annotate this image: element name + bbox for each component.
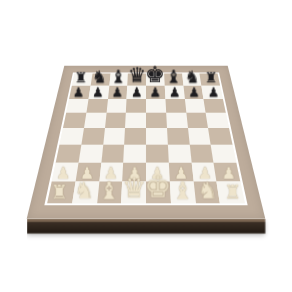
piece-black-king[interactable]: ♚ bbox=[145, 63, 165, 85]
piece-black-pawn[interactable]: ♟ bbox=[188, 85, 200, 98]
piece-black-pawn[interactable]: ♟ bbox=[92, 85, 104, 98]
piece-black-pawn[interactable]: ♟ bbox=[150, 85, 162, 98]
piece-black-pawn[interactable]: ♟ bbox=[73, 85, 85, 98]
square-b6[interactable] bbox=[86, 99, 107, 113]
square-c4[interactable] bbox=[103, 128, 125, 144]
square-e5[interactable] bbox=[146, 113, 167, 128]
square-d1[interactable]: ♛ bbox=[121, 182, 146, 203]
piece-white-queen[interactable]: ♛ bbox=[121, 175, 145, 202]
piece-black-rook[interactable]: ♜ bbox=[204, 71, 217, 85]
piece-black-queen[interactable]: ♛ bbox=[128, 65, 146, 86]
piece-black-bishop[interactable]: ♝ bbox=[110, 67, 126, 85]
piece-white-bishop[interactable]: ♝ bbox=[172, 178, 193, 202]
square-b7[interactable]: ♟ bbox=[88, 86, 109, 99]
playing-area: ♜♞♝♛♚♝♞♜♟♟♟♟♟♟♟♟♟♟♟♟♟♟♟♟♜♞♝♛♚♝♞♜ bbox=[44, 72, 247, 205]
square-c6[interactable] bbox=[106, 99, 127, 113]
piece-black-pawn[interactable]: ♟ bbox=[111, 85, 123, 98]
square-d7[interactable]: ♟ bbox=[127, 86, 146, 99]
square-e4[interactable] bbox=[146, 128, 168, 144]
piece-black-pawn[interactable]: ♟ bbox=[169, 85, 181, 98]
piece-white-rook[interactable]: ♜ bbox=[224, 183, 241, 202]
square-b4[interactable] bbox=[81, 128, 104, 144]
piece-black-pawn[interactable]: ♟ bbox=[207, 85, 219, 98]
square-c1[interactable]: ♝ bbox=[97, 182, 123, 203]
square-g7[interactable]: ♟ bbox=[183, 86, 204, 99]
square-e3[interactable] bbox=[146, 144, 169, 162]
square-g1[interactable]: ♞ bbox=[193, 182, 220, 203]
piece-white-knight[interactable]: ♞ bbox=[74, 180, 94, 203]
chess-board: ♜♞♝♛♚♝♞♜♟♟♟♟♟♟♟♟♟♟♟♟♟♟♟♟♜♞♝♛♚♝♞♜ bbox=[27, 66, 266, 219]
piece-black-bishop[interactable]: ♝ bbox=[166, 67, 182, 85]
square-a4[interactable] bbox=[60, 128, 84, 144]
square-g5[interactable] bbox=[186, 113, 208, 128]
square-e6[interactable] bbox=[146, 99, 166, 113]
piece-white-rook[interactable]: ♜ bbox=[51, 183, 68, 202]
square-e1[interactable]: ♚ bbox=[146, 182, 171, 203]
square-d3[interactable] bbox=[123, 144, 146, 162]
square-e7[interactable]: ♟ bbox=[146, 86, 165, 99]
square-f7[interactable]: ♟ bbox=[165, 86, 185, 99]
square-d4[interactable] bbox=[124, 128, 146, 144]
square-g3[interactable] bbox=[189, 144, 213, 162]
product-photo-scene: ♜♞♝♛♚♝♞♜♟♟♟♟♟♟♟♟♟♟♟♟♟♟♟♟♜♞♝♛♚♝♞♜ bbox=[0, 0, 292, 292]
square-g4[interactable] bbox=[188, 128, 211, 144]
square-h4[interactable] bbox=[208, 128, 232, 144]
square-h3[interactable] bbox=[211, 144, 236, 162]
square-d6[interactable] bbox=[126, 99, 146, 113]
square-b3[interactable] bbox=[78, 144, 102, 162]
square-a6[interactable] bbox=[66, 99, 88, 113]
square-f6[interactable] bbox=[165, 99, 186, 113]
square-c7[interactable]: ♟ bbox=[108, 86, 128, 99]
square-f3[interactable] bbox=[168, 144, 191, 162]
square-g6[interactable] bbox=[184, 99, 205, 113]
square-f5[interactable] bbox=[166, 113, 188, 128]
square-a1[interactable]: ♜ bbox=[47, 182, 75, 203]
square-a5[interactable] bbox=[63, 113, 86, 128]
piece-black-pawn[interactable]: ♟ bbox=[131, 85, 143, 98]
piece-white-pawn[interactable]: ♟ bbox=[221, 165, 235, 181]
square-b5[interactable] bbox=[84, 113, 106, 128]
board-box-edge bbox=[27, 219, 266, 234]
square-f1[interactable]: ♝ bbox=[170, 182, 196, 203]
square-h5[interactable] bbox=[206, 113, 229, 128]
piece-black-rook[interactable]: ♜ bbox=[75, 71, 88, 85]
square-d5[interactable] bbox=[125, 113, 146, 128]
piece-white-pawn[interactable]: ♟ bbox=[57, 165, 71, 181]
square-b1[interactable]: ♞ bbox=[72, 182, 99, 203]
square-h1[interactable]: ♜ bbox=[217, 182, 245, 203]
piece-black-knight[interactable]: ♞ bbox=[185, 68, 200, 85]
square-h7[interactable]: ♟ bbox=[202, 86, 223, 99]
square-h6[interactable] bbox=[204, 99, 226, 113]
piece-white-king[interactable]: ♚ bbox=[145, 172, 172, 202]
square-c5[interactable] bbox=[105, 113, 127, 128]
piece-black-knight[interactable]: ♞ bbox=[92, 68, 107, 85]
square-a7[interactable]: ♟ bbox=[69, 86, 90, 99]
piece-white-bishop[interactable]: ♝ bbox=[98, 178, 119, 202]
square-c3[interactable] bbox=[101, 144, 124, 162]
board-grid: ♜♞♝♛♚♝♞♜♟♟♟♟♟♟♟♟♟♟♟♟♟♟♟♟♜♞♝♛♚♝♞♜ bbox=[47, 74, 245, 204]
piece-white-knight[interactable]: ♞ bbox=[197, 180, 217, 203]
square-a3[interactable] bbox=[56, 144, 81, 162]
perspective-stage: ♜♞♝♛♚♝♞♜♟♟♟♟♟♟♟♟♟♟♟♟♟♟♟♟♜♞♝♛♚♝♞♜ bbox=[0, 0, 292, 292]
board-border-frame: ♜♞♝♛♚♝♞♜♟♟♟♟♟♟♟♟♟♟♟♟♟♟♟♟♜♞♝♛♚♝♞♜ bbox=[27, 66, 266, 219]
square-f4[interactable] bbox=[167, 128, 189, 144]
